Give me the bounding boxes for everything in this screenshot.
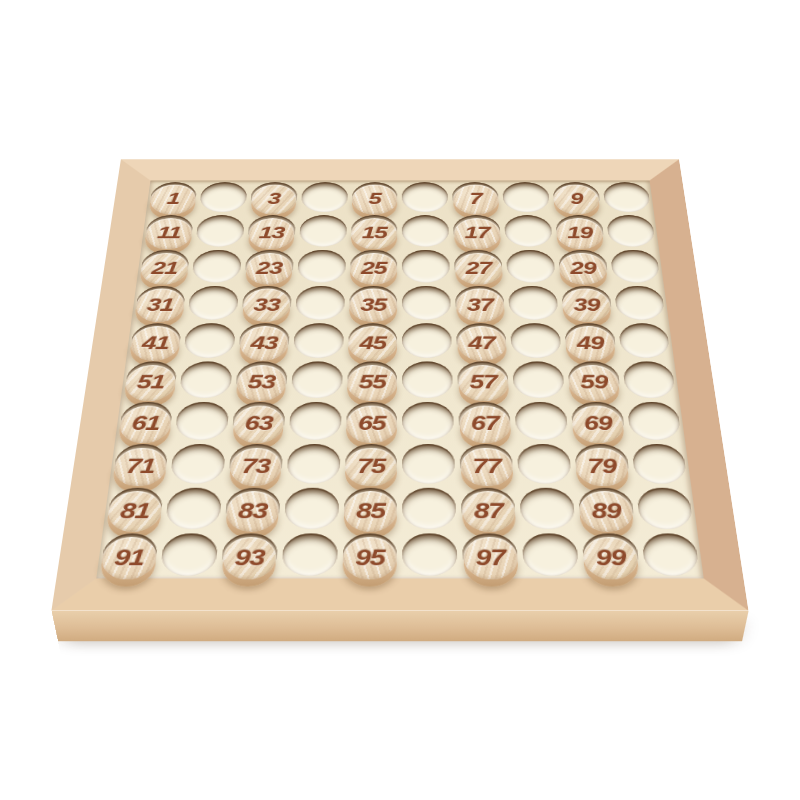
board-cell xyxy=(507,321,564,360)
disc-number: 43 xyxy=(250,333,278,351)
board-cell xyxy=(295,248,349,284)
empty-hole[interactable] xyxy=(403,402,455,440)
disc-face: 53 xyxy=(235,365,287,401)
number-disc[interactable]: 61 xyxy=(117,411,172,449)
board-cell xyxy=(638,531,704,578)
disc-number: 63 xyxy=(244,413,273,433)
board-cell xyxy=(167,442,229,486)
number-disc[interactable]: 57 xyxy=(458,371,509,407)
empty-hole[interactable] xyxy=(614,286,667,320)
empty-hole xyxy=(574,444,630,484)
disc-number: 69 xyxy=(583,413,613,433)
board-cell xyxy=(189,248,245,284)
board-cell: 39 xyxy=(558,284,615,321)
board-cell xyxy=(400,531,461,578)
board-cell: 27 xyxy=(452,248,506,284)
board-cell: 81 xyxy=(103,486,167,531)
number-disc[interactable]: 71 xyxy=(111,454,167,493)
board-cell xyxy=(619,360,679,400)
board-cell xyxy=(172,400,232,442)
board-cell: 73 xyxy=(225,442,286,486)
disc-number: 39 xyxy=(573,296,601,314)
disc-face: 63 xyxy=(232,405,285,442)
board-cell: 65 xyxy=(343,400,400,442)
empty-hole xyxy=(221,533,279,576)
disc-face: 73 xyxy=(228,448,282,487)
empty-hole xyxy=(342,533,397,576)
board-cell xyxy=(181,321,239,360)
empty-hole[interactable] xyxy=(170,444,226,484)
empty-hole xyxy=(235,362,288,399)
empty-hole xyxy=(581,533,640,576)
board-cell xyxy=(288,360,345,400)
board-cell: 55 xyxy=(344,360,400,400)
number-disc[interactable]: 75 xyxy=(345,454,397,493)
empty-hole[interactable] xyxy=(301,182,348,212)
tray-front-edge xyxy=(51,611,748,642)
empty-hole[interactable] xyxy=(510,323,562,358)
board-cell: 79 xyxy=(571,442,633,486)
board-cell xyxy=(193,214,248,249)
disc-face: 1 xyxy=(149,185,198,215)
disc-face: 45 xyxy=(348,326,397,361)
board-cell xyxy=(502,214,556,249)
empty-hole[interactable] xyxy=(403,533,458,576)
disc-number: 45 xyxy=(359,333,386,351)
disc-number: 65 xyxy=(358,413,386,433)
board-cell xyxy=(292,284,347,321)
empty-hole xyxy=(458,402,511,440)
board-cell: 9 xyxy=(550,180,604,213)
disc-face: 47 xyxy=(457,326,507,361)
board-cell xyxy=(400,214,452,249)
board-cell xyxy=(607,248,664,284)
board-cell: 17 xyxy=(451,214,504,249)
empty-hole xyxy=(461,488,516,529)
empty-hole[interactable] xyxy=(522,533,580,576)
empty-hole[interactable] xyxy=(286,444,340,484)
board-cell: 63 xyxy=(229,400,288,442)
empty-hole xyxy=(99,533,159,576)
number-disc[interactable]: 65 xyxy=(346,411,397,449)
empty-hole[interactable] xyxy=(602,182,651,212)
board-cell: 89 xyxy=(575,486,638,531)
disc-number: 15 xyxy=(362,225,387,241)
number-disc[interactable]: 41 xyxy=(128,332,181,367)
board-cell: 95 xyxy=(339,531,400,578)
disc-number: 1 xyxy=(166,191,180,207)
board-cell xyxy=(279,531,341,578)
disc-number: 95 xyxy=(355,546,385,569)
disc-number: 99 xyxy=(595,546,627,569)
empty-hole[interactable] xyxy=(626,402,682,440)
empty-hole xyxy=(225,488,281,529)
board-cell xyxy=(400,180,451,213)
empty-hole xyxy=(460,444,514,484)
disc-face: 89 xyxy=(578,491,634,532)
number-disc[interactable]: 97 xyxy=(463,544,519,587)
disc-number: 79 xyxy=(587,456,617,477)
empty-hole[interactable] xyxy=(610,250,661,283)
disc-number: 55 xyxy=(358,373,385,392)
board-cell: 71 xyxy=(109,442,172,486)
empty-hole[interactable] xyxy=(192,250,243,283)
disc-number: 37 xyxy=(467,296,494,314)
empty-hole[interactable] xyxy=(402,362,453,399)
board-cell: 25 xyxy=(347,248,400,284)
disc-face: 55 xyxy=(347,365,397,401)
disc-number: 47 xyxy=(468,333,495,351)
number-disc[interactable]: 95 xyxy=(342,544,396,587)
board-cell: 69 xyxy=(568,400,628,442)
empty-hole[interactable] xyxy=(519,488,575,529)
board-cell xyxy=(162,486,225,531)
empty-hole xyxy=(343,488,397,529)
empty-hole[interactable] xyxy=(506,250,556,283)
board-cell: 59 xyxy=(564,360,623,400)
empty-hole[interactable] xyxy=(508,286,559,320)
empty-hole xyxy=(347,362,398,399)
disc-number: 73 xyxy=(241,456,271,477)
board-cell: 11 xyxy=(141,214,197,249)
empty-hole[interactable] xyxy=(293,323,344,358)
empty-hole xyxy=(112,444,169,484)
board-stage: 1357911131517192123252729313335373941434… xyxy=(90,50,710,670)
number-disc[interactable]: 99 xyxy=(583,544,641,587)
disc-face: 97 xyxy=(463,537,518,579)
disc-number: 29 xyxy=(569,260,596,277)
empty-hole xyxy=(232,402,286,440)
disc-face: 95 xyxy=(343,537,397,579)
disc-face: 61 xyxy=(118,405,173,442)
board-cell xyxy=(185,284,242,321)
board-cell xyxy=(628,442,691,486)
disc-face: 99 xyxy=(582,537,640,579)
disc-number: 57 xyxy=(469,373,497,392)
empty-hole[interactable] xyxy=(403,488,457,529)
empty-hole[interactable] xyxy=(281,533,337,576)
board-cell: 23 xyxy=(242,248,297,284)
empty-hole[interactable] xyxy=(631,444,688,484)
disc-number: 59 xyxy=(579,373,608,392)
disc-face: 77 xyxy=(460,448,513,487)
disc-number: 93 xyxy=(234,546,265,569)
disc-face: 13 xyxy=(247,218,295,249)
board-cell: 45 xyxy=(345,321,400,360)
empty-hole[interactable] xyxy=(402,250,450,283)
board-cell xyxy=(615,321,674,360)
disc-number: 91 xyxy=(113,546,145,569)
disc-number: 87 xyxy=(474,500,504,522)
empty-hole[interactable] xyxy=(188,286,240,320)
disc-number: 27 xyxy=(465,260,491,277)
empty-hole[interactable] xyxy=(402,182,448,212)
disc-face: 37 xyxy=(456,289,505,322)
number-disc[interactable]: 87 xyxy=(462,498,516,539)
board-cell xyxy=(281,486,342,531)
board-cell: 13 xyxy=(245,214,299,249)
board-cell: 7 xyxy=(450,180,502,213)
disc-number: 41 xyxy=(141,333,170,351)
board-cell xyxy=(197,180,251,213)
board-cell: 3 xyxy=(248,180,301,213)
disc-face: 75 xyxy=(345,448,397,487)
empty-hole[interactable] xyxy=(402,323,452,358)
board-cell: 53 xyxy=(232,360,290,400)
board-cell xyxy=(611,284,669,321)
number-disc[interactable]: 79 xyxy=(575,454,630,493)
disc-number: 3 xyxy=(267,191,280,207)
board-cell xyxy=(603,214,659,249)
disc-face: 83 xyxy=(225,491,280,532)
number-disc[interactable]: 67 xyxy=(459,411,511,449)
disc-face: 87 xyxy=(462,491,516,532)
empty-hole[interactable] xyxy=(183,323,236,358)
disc-number: 9 xyxy=(570,191,584,207)
board-cell xyxy=(500,180,553,213)
disc-number: 7 xyxy=(469,191,482,207)
wooden-tray: 1357911131517192123252729313335373941434… xyxy=(51,159,748,611)
number-disc[interactable]: 85 xyxy=(344,498,397,539)
empty-hole[interactable] xyxy=(606,215,656,246)
empty-hole xyxy=(344,444,397,484)
empty-hole xyxy=(462,533,518,576)
empty-hole[interactable] xyxy=(195,215,245,246)
board-cell xyxy=(400,248,453,284)
disc-face: 33 xyxy=(242,289,292,322)
empty-hole[interactable] xyxy=(289,402,342,440)
board-cell: 5 xyxy=(349,180,400,213)
empty-hole[interactable] xyxy=(514,402,568,440)
disc-number: 23 xyxy=(256,260,283,277)
number-disc[interactable]: 63 xyxy=(231,411,284,449)
empty-hole[interactable] xyxy=(622,362,677,399)
board-cell xyxy=(296,214,349,249)
board-cell: 57 xyxy=(455,360,512,400)
empty-hole[interactable] xyxy=(160,533,219,576)
number-disc[interactable]: 59 xyxy=(568,371,621,407)
board-cell xyxy=(510,360,568,400)
empty-hole xyxy=(123,362,178,399)
board-cell: 85 xyxy=(341,486,400,531)
empty-hole[interactable] xyxy=(403,444,456,484)
disc-face: 43 xyxy=(239,326,290,361)
disc-face: 67 xyxy=(459,405,511,442)
board-cell: 77 xyxy=(457,442,516,486)
disc-face: 23 xyxy=(245,253,294,285)
disc-face: 17 xyxy=(454,218,501,249)
disc-number: 83 xyxy=(237,500,267,522)
board-cell: 47 xyxy=(454,321,510,360)
board-cell xyxy=(157,531,222,578)
empty-hole[interactable] xyxy=(618,323,672,358)
board-cell: 87 xyxy=(458,486,519,531)
board-cell xyxy=(400,360,456,400)
board-cell: 29 xyxy=(555,248,611,284)
empty-hole xyxy=(346,402,398,440)
disc-number: 31 xyxy=(146,296,174,314)
board-grid: 1357911131517192123252729313335373941434… xyxy=(96,180,703,578)
board-cell xyxy=(505,284,561,321)
board-cell xyxy=(290,321,346,360)
disc-face: 7 xyxy=(453,185,499,215)
disc-number: 49 xyxy=(576,333,604,351)
disc-number: 71 xyxy=(125,456,156,477)
board-cell xyxy=(400,284,454,321)
board-cell: 91 xyxy=(96,531,162,578)
disc-number: 89 xyxy=(591,500,622,522)
empty-hole xyxy=(577,488,634,529)
board-cell xyxy=(624,400,686,442)
disc-number: 85 xyxy=(356,500,385,522)
empty-hole[interactable] xyxy=(179,362,233,399)
board-cell: 35 xyxy=(346,284,400,321)
disc-face: 3 xyxy=(250,185,297,215)
disc-number: 81 xyxy=(119,500,151,522)
board-cell: 83 xyxy=(222,486,284,531)
empty-hole[interactable] xyxy=(297,250,346,283)
board-cell xyxy=(400,442,458,486)
disc-face: 69 xyxy=(571,405,625,442)
board-cell xyxy=(514,442,575,486)
empty-hole[interactable] xyxy=(295,286,345,320)
board-cell xyxy=(516,486,578,531)
board-cell: 15 xyxy=(348,214,400,249)
board-cell: 99 xyxy=(578,531,643,578)
number-disc[interactable]: 77 xyxy=(460,454,513,493)
empty-hole xyxy=(457,362,509,399)
disc-number: 11 xyxy=(156,225,181,241)
number-disc[interactable]: 55 xyxy=(347,371,397,407)
empty-hole xyxy=(106,488,165,529)
empty-hole[interactable] xyxy=(402,286,451,320)
board-cell xyxy=(400,400,457,442)
empty-hole[interactable] xyxy=(641,533,701,576)
disc-face: 85 xyxy=(344,491,397,532)
board-cell: 67 xyxy=(456,400,514,442)
empty-hole[interactable] xyxy=(299,215,347,246)
disc-face: 91 xyxy=(99,537,158,579)
number-disc[interactable]: 49 xyxy=(565,332,617,367)
disc-number: 51 xyxy=(136,373,166,392)
disc-number: 33 xyxy=(253,296,280,314)
disc-face: 81 xyxy=(106,491,163,532)
empty-hole[interactable] xyxy=(517,444,572,484)
empty-hole[interactable] xyxy=(636,488,695,529)
empty-hole xyxy=(567,362,621,399)
number-disc[interactable]: 91 xyxy=(99,544,158,587)
empty-hole[interactable] xyxy=(502,182,550,212)
disc-number: 75 xyxy=(357,456,386,477)
board-cell xyxy=(504,248,559,284)
board-cell: 43 xyxy=(236,321,293,360)
board-surface: 1357911131517192123252729313335373941434… xyxy=(51,159,748,611)
number-disc[interactable]: 43 xyxy=(238,332,289,367)
empty-hole[interactable] xyxy=(291,362,343,399)
empty-hole xyxy=(570,402,625,440)
board-cell xyxy=(176,360,235,400)
board-cell: 31 xyxy=(131,284,189,321)
empty-hole xyxy=(118,402,174,440)
product-photo-background: 1357911131517192123252729313335373941434… xyxy=(0,0,800,800)
disc-face: 71 xyxy=(112,448,168,487)
empty-hole[interactable] xyxy=(402,215,449,246)
disc-face: 27 xyxy=(455,253,503,285)
disc-face: 59 xyxy=(568,365,621,401)
board-cell: 75 xyxy=(342,442,400,486)
disc-number: 97 xyxy=(475,546,505,569)
board-cell: 37 xyxy=(453,284,508,321)
disc-number: 19 xyxy=(566,225,593,241)
empty-hole[interactable] xyxy=(504,215,553,246)
empty-hole[interactable] xyxy=(512,362,565,399)
board-cell xyxy=(519,531,582,578)
disc-number: 53 xyxy=(247,373,276,392)
board-cell: 21 xyxy=(136,248,193,284)
board-cell xyxy=(284,442,343,486)
disc-face: 35 xyxy=(349,289,397,322)
disc-face: 15 xyxy=(351,218,397,249)
empty-hole[interactable] xyxy=(165,488,222,529)
board-cell xyxy=(400,486,459,531)
disc-number: 77 xyxy=(472,456,501,477)
number-disc[interactable]: 69 xyxy=(572,411,626,449)
disc-face: 79 xyxy=(575,448,630,487)
board-cell: 49 xyxy=(561,321,619,360)
board-cell xyxy=(400,321,455,360)
disc-number: 67 xyxy=(471,413,500,433)
number-disc[interactable]: 83 xyxy=(224,498,279,539)
number-disc[interactable]: 47 xyxy=(457,332,507,367)
number-disc[interactable]: 81 xyxy=(105,498,163,539)
number-disc[interactable]: 45 xyxy=(348,332,397,367)
board-cell: 41 xyxy=(126,321,185,360)
board-cell: 19 xyxy=(552,214,607,249)
disc-number: 17 xyxy=(464,225,490,241)
empty-hole[interactable] xyxy=(175,402,230,440)
disc-face: 65 xyxy=(346,405,397,442)
board-cell: 33 xyxy=(239,284,295,321)
number-disc[interactable]: 53 xyxy=(235,371,287,407)
board-cell: 1 xyxy=(146,180,200,213)
empty-hole[interactable] xyxy=(284,488,339,529)
disc-number: 35 xyxy=(360,296,386,314)
empty-hole[interactable] xyxy=(199,182,248,212)
number-disc[interactable]: 93 xyxy=(220,544,277,587)
number-disc[interactable]: 89 xyxy=(579,498,636,539)
empty-hole xyxy=(228,444,283,484)
disc-number: 21 xyxy=(151,260,179,277)
disc-face: 25 xyxy=(350,253,397,285)
board-cell xyxy=(286,400,344,442)
disc-face: 93 xyxy=(221,537,277,579)
disc-face: 5 xyxy=(352,185,397,215)
board-cell: 61 xyxy=(115,400,177,442)
board-cell xyxy=(512,400,571,442)
disc-number: 13 xyxy=(258,225,284,241)
board-cell: 93 xyxy=(218,531,281,578)
disc-number: 5 xyxy=(368,191,381,207)
board-cell xyxy=(298,180,350,213)
board-cell xyxy=(633,486,697,531)
board-cell: 97 xyxy=(459,531,521,578)
number-disc[interactable]: 51 xyxy=(123,371,177,407)
disc-number: 61 xyxy=(130,413,160,433)
number-disc[interactable]: 73 xyxy=(228,454,282,493)
disc-number: 25 xyxy=(361,260,387,277)
disc-face: 57 xyxy=(458,365,509,401)
board-cell xyxy=(600,180,654,213)
